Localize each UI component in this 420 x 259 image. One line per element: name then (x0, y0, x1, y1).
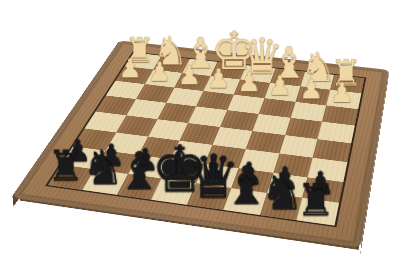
square-a8: ♜ (297, 198, 339, 226)
piece-white-knight: ♞ (300, 47, 331, 87)
board-perspective-wrapper: ♜♞♝♚♛♝♞♜♟♟♟♟♟♟♟♟♟♟♟♟♟♟♟♟♜♞♝♚♛♝♞♜ (0, 0, 420, 259)
piece-white-bishop: ♝ (270, 41, 300, 84)
chess-board: ♜♞♝♚♛♝♞♜♟♟♟♟♟♟♟♟♟♟♟♟♟♟♟♟♜♞♝♚♛♝♞♜ (11, 40, 389, 248)
square-g8: ♞ (82, 170, 128, 195)
board-right-edge (360, 71, 389, 258)
square-b5 (279, 135, 318, 158)
piece-white-bishop: ♝ (182, 32, 212, 74)
piece-white-rook: ♜ (125, 33, 155, 67)
piece-white-queen: ♛ (240, 32, 270, 81)
piece-white-rook: ♜ (331, 55, 362, 91)
chess-photo-stage: ♜♞♝♚♛♝♞♜♟♟♟♟♟♟♟♟♟♟♟♟♟♟♟♟♜♞♝♚♛♝♞♜ (0, 0, 420, 259)
piece-white-knight: ♞ (153, 32, 183, 71)
piece-white-king: ♚ (211, 25, 241, 77)
square-g4 (126, 99, 166, 119)
square-b8: ♞ (260, 193, 303, 220)
